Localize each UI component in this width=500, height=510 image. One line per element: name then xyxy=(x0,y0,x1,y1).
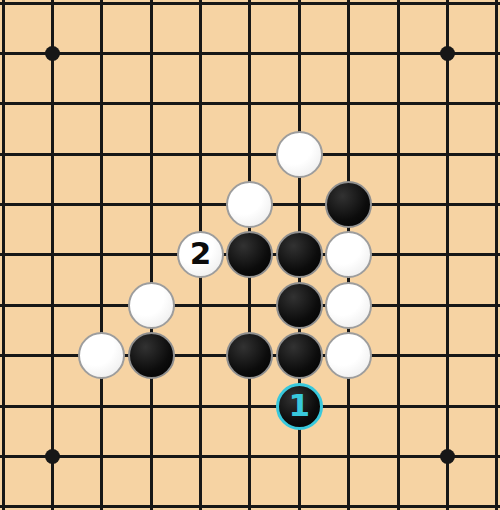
intersection[interactable]: 2 xyxy=(176,230,225,280)
intersection[interactable] xyxy=(77,431,126,481)
intersection[interactable] xyxy=(373,280,422,330)
intersection[interactable] xyxy=(275,482,324,510)
intersection[interactable] xyxy=(28,129,77,179)
intersection[interactable] xyxy=(472,331,500,381)
intersection[interactable] xyxy=(126,431,175,481)
intersection[interactable] xyxy=(472,381,500,431)
intersection[interactable] xyxy=(324,28,373,78)
intersection[interactable] xyxy=(126,230,175,280)
intersection[interactable] xyxy=(324,0,373,28)
intersection[interactable] xyxy=(225,331,274,381)
intersection[interactable] xyxy=(28,179,77,229)
intersection[interactable] xyxy=(423,482,472,510)
intersection[interactable] xyxy=(324,431,373,481)
intersection[interactable] xyxy=(472,179,500,229)
star-point xyxy=(45,46,60,61)
intersection[interactable] xyxy=(0,0,28,28)
intersection[interactable] xyxy=(472,28,500,78)
intersection[interactable] xyxy=(423,331,472,381)
intersection[interactable] xyxy=(472,431,500,481)
star-point xyxy=(440,449,455,464)
star-point xyxy=(45,449,60,464)
intersection[interactable] xyxy=(0,230,28,280)
intersection[interactable] xyxy=(423,230,472,280)
intersection[interactable] xyxy=(472,230,500,280)
intersection[interactable] xyxy=(0,179,28,229)
intersection[interactable] xyxy=(472,129,500,179)
intersection[interactable] xyxy=(423,179,472,229)
intersection[interactable] xyxy=(275,0,324,28)
move-number-label: 2 xyxy=(190,238,212,269)
intersection[interactable] xyxy=(77,179,126,229)
board-grid: 21 xyxy=(0,0,500,510)
intersection[interactable] xyxy=(324,79,373,129)
intersection[interactable] xyxy=(77,280,126,330)
intersection[interactable] xyxy=(373,28,422,78)
intersection[interactable] xyxy=(126,0,175,28)
intersection[interactable] xyxy=(28,0,77,28)
intersection[interactable] xyxy=(373,381,422,431)
intersection[interactable] xyxy=(225,381,274,431)
star-point xyxy=(440,46,455,61)
intersection[interactable] xyxy=(373,431,422,481)
black-stone xyxy=(325,181,372,228)
intersection[interactable] xyxy=(0,331,28,381)
intersection[interactable] xyxy=(28,381,77,431)
intersection[interactable] xyxy=(176,280,225,330)
intersection[interactable] xyxy=(126,280,175,330)
intersection[interactable] xyxy=(324,179,373,229)
black-stone xyxy=(276,231,323,278)
white-stone xyxy=(325,231,372,278)
intersection[interactable] xyxy=(423,28,472,78)
intersection[interactable] xyxy=(28,230,77,280)
intersection[interactable] xyxy=(176,179,225,229)
intersection[interactable] xyxy=(472,482,500,510)
intersection[interactable] xyxy=(126,129,175,179)
intersection[interactable] xyxy=(423,381,472,431)
intersection[interactable] xyxy=(176,331,225,381)
intersection[interactable] xyxy=(0,280,28,330)
intersection[interactable] xyxy=(176,0,225,28)
go-board: 21 xyxy=(0,0,500,510)
intersection[interactable] xyxy=(28,280,77,330)
intersection[interactable] xyxy=(373,0,422,28)
intersection[interactable] xyxy=(77,79,126,129)
intersection[interactable] xyxy=(77,482,126,510)
intersection[interactable] xyxy=(275,280,324,330)
intersection[interactable] xyxy=(275,230,324,280)
intersection[interactable] xyxy=(225,280,274,330)
intersection[interactable] xyxy=(126,79,175,129)
intersection[interactable] xyxy=(28,331,77,381)
intersection[interactable] xyxy=(225,230,274,280)
intersection[interactable] xyxy=(0,431,28,481)
intersection[interactable] xyxy=(225,0,274,28)
intersection[interactable] xyxy=(77,0,126,28)
intersection[interactable] xyxy=(275,79,324,129)
intersection[interactable] xyxy=(324,482,373,510)
intersection[interactable] xyxy=(28,431,77,481)
intersection[interactable] xyxy=(373,331,422,381)
intersection[interactable] xyxy=(373,79,422,129)
intersection[interactable] xyxy=(373,129,422,179)
white-stone xyxy=(226,181,273,228)
intersection[interactable] xyxy=(176,482,225,510)
intersection[interactable] xyxy=(275,431,324,481)
intersection[interactable] xyxy=(225,179,274,229)
intersection[interactable] xyxy=(423,0,472,28)
intersection[interactable] xyxy=(176,381,225,431)
intersection[interactable] xyxy=(176,28,225,78)
intersection[interactable] xyxy=(225,79,274,129)
intersection[interactable] xyxy=(472,280,500,330)
intersection[interactable] xyxy=(275,179,324,229)
move-1-stone: 1 xyxy=(276,383,323,430)
white-stone xyxy=(78,332,125,379)
white-stone xyxy=(325,332,372,379)
intersection[interactable] xyxy=(275,129,324,179)
intersection[interactable] xyxy=(225,482,274,510)
intersection[interactable] xyxy=(126,482,175,510)
intersection[interactable] xyxy=(225,431,274,481)
black-stone xyxy=(226,231,273,278)
intersection[interactable] xyxy=(324,230,373,280)
intersection[interactable] xyxy=(77,331,126,381)
black-stone xyxy=(226,332,273,379)
intersection[interactable] xyxy=(324,331,373,381)
intersection[interactable] xyxy=(28,482,77,510)
white-stone xyxy=(325,282,372,329)
intersection[interactable] xyxy=(225,129,274,179)
intersection[interactable] xyxy=(0,79,28,129)
intersection[interactable] xyxy=(423,431,472,481)
intersection[interactable] xyxy=(423,280,472,330)
intersection[interactable] xyxy=(373,179,422,229)
intersection[interactable] xyxy=(373,230,422,280)
intersection[interactable] xyxy=(126,179,175,229)
intersection[interactable] xyxy=(0,28,28,78)
black-stone xyxy=(276,332,323,379)
intersection[interactable] xyxy=(77,381,126,431)
intersection[interactable] xyxy=(324,381,373,431)
intersection[interactable] xyxy=(275,331,324,381)
move-number-label: 1 xyxy=(289,390,311,421)
intersection[interactable] xyxy=(126,381,175,431)
white-stone xyxy=(128,282,175,329)
intersection[interactable] xyxy=(176,79,225,129)
intersection[interactable] xyxy=(0,381,28,431)
intersection[interactable] xyxy=(324,280,373,330)
intersection[interactable] xyxy=(324,129,373,179)
intersection[interactable] xyxy=(126,28,175,78)
intersection[interactable] xyxy=(28,28,77,78)
move-2-stone: 2 xyxy=(177,231,224,278)
intersection[interactable] xyxy=(472,79,500,129)
intersection[interactable] xyxy=(225,28,274,78)
intersection[interactable] xyxy=(176,129,225,179)
intersection[interactable] xyxy=(0,482,28,510)
intersection[interactable] xyxy=(275,28,324,78)
black-stone xyxy=(128,332,175,379)
intersection[interactable] xyxy=(0,129,28,179)
white-stone xyxy=(276,131,323,178)
intersection[interactable] xyxy=(472,0,500,28)
intersection[interactable] xyxy=(77,230,126,280)
black-stone xyxy=(276,282,323,329)
intersection[interactable] xyxy=(423,129,472,179)
intersection[interactable] xyxy=(373,482,422,510)
intersection[interactable] xyxy=(423,79,472,129)
intersection[interactable] xyxy=(77,28,126,78)
intersection[interactable]: 1 xyxy=(275,381,324,431)
intersection[interactable] xyxy=(176,431,225,481)
intersection[interactable] xyxy=(126,331,175,381)
intersection[interactable] xyxy=(28,79,77,129)
intersection[interactable] xyxy=(77,129,126,179)
